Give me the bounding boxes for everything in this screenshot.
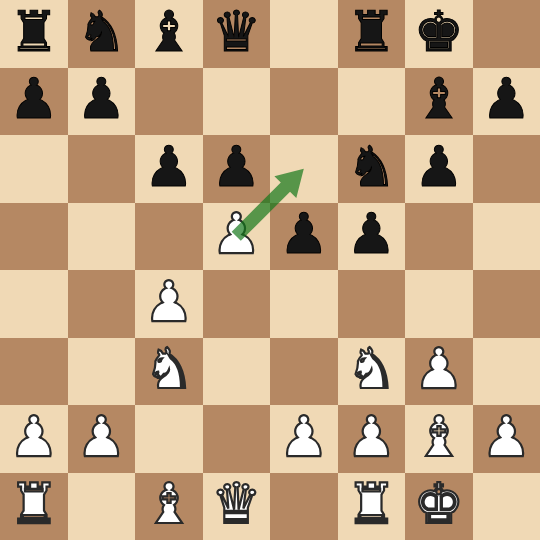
square-d4[interactable] [203,270,271,338]
square-c8[interactable]: ♝ [135,0,203,68]
piece-white-pawn-b2[interactable]: ♟ [76,409,126,465]
piece-black-pawn-d6[interactable]: ♟ [211,139,261,195]
piece-white-pawn-g3[interactable]: ♟ [414,341,464,397]
square-d3[interactable] [203,338,271,406]
square-f5[interactable]: ♟ [338,203,406,271]
square-h6[interactable] [473,135,540,203]
square-a8[interactable]: ♜ [0,0,68,68]
square-g2[interactable]: ♝ [405,405,473,473]
square-b4[interactable] [68,270,136,338]
square-h3[interactable] [473,338,540,406]
piece-white-pawn-e2[interactable]: ♟ [279,409,329,465]
square-b2[interactable]: ♟ [68,405,136,473]
piece-white-queen-d1[interactable]: ♛ [211,476,261,532]
piece-black-queen-d8[interactable]: ♛ [211,4,261,60]
piece-black-pawn-g6[interactable]: ♟ [414,139,464,195]
piece-white-pawn-d5[interactable]: ♟ [211,206,261,262]
square-c2[interactable] [135,405,203,473]
square-b8[interactable]: ♞ [68,0,136,68]
square-d2[interactable] [203,405,271,473]
piece-black-bishop-g7[interactable]: ♝ [414,71,464,127]
square-f8[interactable]: ♜ [338,0,406,68]
piece-white-bishop-g2[interactable]: ♝ [414,409,464,465]
square-h5[interactable] [473,203,540,271]
square-a7[interactable]: ♟ [0,68,68,136]
piece-black-pawn-f5[interactable]: ♟ [346,206,396,262]
square-c6[interactable]: ♟ [135,135,203,203]
piece-white-pawn-f2[interactable]: ♟ [346,409,396,465]
square-c3[interactable]: ♞ [135,338,203,406]
square-b5[interactable] [68,203,136,271]
square-e2[interactable]: ♟ [270,405,338,473]
piece-white-pawn-a2[interactable]: ♟ [9,409,59,465]
square-f7[interactable] [338,68,406,136]
piece-white-knight-c3[interactable]: ♞ [144,341,194,397]
square-f2[interactable]: ♟ [338,405,406,473]
piece-black-pawn-e5[interactable]: ♟ [279,206,329,262]
square-g5[interactable] [405,203,473,271]
square-h2[interactable]: ♟ [473,405,540,473]
piece-white-king-g1[interactable]: ♚ [414,476,464,532]
square-e3[interactable] [270,338,338,406]
piece-white-rook-f1[interactable]: ♜ [346,476,396,532]
square-d8[interactable]: ♛ [203,0,271,68]
piece-white-pawn-c4[interactable]: ♟ [144,274,194,330]
square-c5[interactable] [135,203,203,271]
square-b1[interactable] [68,473,136,540]
piece-black-rook-f8[interactable]: ♜ [346,4,396,60]
square-e7[interactable] [270,68,338,136]
piece-black-rook-a8[interactable]: ♜ [9,4,59,60]
piece-white-rook-a1[interactable]: ♜ [9,476,59,532]
square-g1[interactable]: ♚ [405,473,473,540]
square-h8[interactable] [473,0,540,68]
square-a4[interactable] [0,270,68,338]
square-a1[interactable]: ♜ [0,473,68,540]
square-e1[interactable] [270,473,338,540]
square-e5[interactable]: ♟ [270,203,338,271]
square-g6[interactable]: ♟ [405,135,473,203]
square-g3[interactable]: ♟ [405,338,473,406]
chess-board: ♜♞♝♛♜♚♟♟♝♟♟♟♞♟♟♟♟♟♞♞♟♟♟♟♟♝♟♜♝♛♜♚ [0,0,540,540]
piece-white-knight-f3[interactable]: ♞ [346,341,396,397]
piece-black-pawn-a7[interactable]: ♟ [9,71,59,127]
square-d1[interactable]: ♛ [203,473,271,540]
square-c1[interactable]: ♝ [135,473,203,540]
piece-black-knight-b8[interactable]: ♞ [76,4,126,60]
square-h1[interactable] [473,473,540,540]
square-g8[interactable]: ♚ [405,0,473,68]
square-e6[interactable] [270,135,338,203]
square-a5[interactable] [0,203,68,271]
square-d7[interactable] [203,68,271,136]
piece-white-pawn-h2[interactable]: ♟ [481,409,531,465]
square-f3[interactable]: ♞ [338,338,406,406]
board-squares: ♜♞♝♛♜♚♟♟♝♟♟♟♞♟♟♟♟♟♞♞♟♟♟♟♟♝♟♜♝♛♜♚ [0,0,540,540]
piece-black-pawn-h7[interactable]: ♟ [481,71,531,127]
piece-black-bishop-c8[interactable]: ♝ [144,4,194,60]
square-g7[interactable]: ♝ [405,68,473,136]
square-h7[interactable]: ♟ [473,68,540,136]
square-f4[interactable] [338,270,406,338]
square-e4[interactable] [270,270,338,338]
square-a2[interactable]: ♟ [0,405,68,473]
square-b3[interactable] [68,338,136,406]
piece-white-bishop-c1[interactable]: ♝ [144,476,194,532]
piece-black-pawn-c6[interactable]: ♟ [144,139,194,195]
square-c4[interactable]: ♟ [135,270,203,338]
square-d6[interactable]: ♟ [203,135,271,203]
square-g4[interactable] [405,270,473,338]
square-d5[interactable]: ♟ [203,203,271,271]
square-c7[interactable] [135,68,203,136]
piece-black-king-g8[interactable]: ♚ [414,4,464,60]
piece-black-knight-f6[interactable]: ♞ [346,139,396,195]
square-a3[interactable] [0,338,68,406]
square-f1[interactable]: ♜ [338,473,406,540]
square-h4[interactable] [473,270,540,338]
square-b6[interactable] [68,135,136,203]
square-b7[interactable]: ♟ [68,68,136,136]
piece-black-pawn-b7[interactable]: ♟ [76,71,126,127]
square-f6[interactable]: ♞ [338,135,406,203]
square-a6[interactable] [0,135,68,203]
square-e8[interactable] [270,0,338,68]
